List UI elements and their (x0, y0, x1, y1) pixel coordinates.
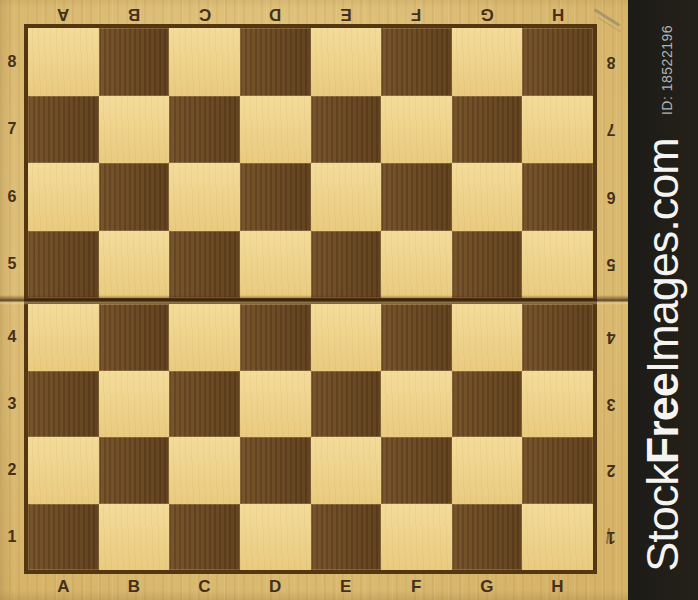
square-b1[interactable] (99, 504, 170, 571)
watermark-site-free: Free (637, 373, 688, 464)
square-a7[interactable] (28, 96, 99, 164)
square-g8[interactable] (452, 28, 523, 96)
square-f7[interactable] (381, 96, 452, 164)
square-c7[interactable] (169, 96, 240, 164)
square-e4[interactable] (311, 304, 382, 371)
square-b5[interactable] (99, 231, 170, 299)
file-label-bottom-b: B (121, 577, 147, 597)
square-h3[interactable] (522, 371, 593, 438)
square-a1[interactable] (28, 504, 99, 571)
rank-label-right-2: 2 (598, 460, 624, 480)
square-f4[interactable] (381, 304, 452, 371)
square-e1[interactable] (311, 504, 382, 571)
watermark-id-text: ID: 18522196 (659, 25, 675, 115)
square-d4[interactable] (240, 304, 311, 371)
file-label-top-c: C (192, 4, 218, 24)
watermark-site-imagescom: Images.com (637, 138, 688, 373)
watermark-site-text: StockFreeImages.com (637, 138, 689, 572)
file-label-top-g: G (474, 4, 500, 24)
square-b8[interactable] (99, 28, 170, 96)
file-label-bottom-c: C (192, 577, 218, 597)
square-b3[interactable] (99, 371, 170, 438)
square-g3[interactable] (452, 371, 523, 438)
square-a3[interactable] (28, 371, 99, 438)
square-d8[interactable] (240, 28, 311, 96)
file-label-top-d: D (262, 4, 288, 24)
file-label-top-a: A (50, 4, 76, 24)
file-label-bottom-h: H (545, 577, 571, 597)
file-label-top-e: E (333, 4, 359, 24)
square-e6[interactable] (311, 163, 382, 231)
square-c8[interactable] (169, 28, 240, 96)
square-g2[interactable] (452, 437, 523, 504)
square-g1[interactable] (452, 504, 523, 571)
square-d7[interactable] (240, 96, 311, 164)
square-a5[interactable] (28, 231, 99, 299)
square-a4[interactable] (28, 304, 99, 371)
rank-label-right-3: 3 (598, 394, 624, 414)
file-label-bottom-a: A (50, 577, 76, 597)
square-b7[interactable] (99, 96, 170, 164)
file-label-bottom-e: E (333, 577, 359, 597)
square-h8[interactable] (522, 28, 593, 96)
square-f3[interactable] (381, 371, 452, 438)
square-d6[interactable] (240, 163, 311, 231)
rank-label-right-8: 8 (598, 52, 624, 72)
square-e7[interactable] (311, 96, 382, 164)
square-g7[interactable] (452, 96, 523, 164)
file-label-top-b: B (121, 4, 147, 24)
square-c6[interactable] (169, 163, 240, 231)
square-a2[interactable] (28, 437, 99, 504)
playing-field-top-half (24, 24, 597, 302)
square-e8[interactable] (311, 28, 382, 96)
watermark-site-stock: Stock (637, 464, 688, 572)
rank-label-right-7: 7 (598, 119, 624, 139)
rank-label-right-1: 1 (598, 527, 624, 547)
file-label-bottom-g: G (474, 577, 500, 597)
square-c1[interactable] (169, 504, 240, 571)
square-g5[interactable] (452, 231, 523, 299)
square-g4[interactable] (452, 304, 523, 371)
file-label-bottom-f: F (403, 577, 429, 597)
square-f1[interactable] (381, 504, 452, 571)
square-a6[interactable] (28, 163, 99, 231)
square-h1[interactable] (522, 504, 593, 571)
square-d3[interactable] (240, 371, 311, 438)
rank-label-left-5: 5 (0, 254, 25, 274)
square-d5[interactable] (240, 231, 311, 299)
square-c3[interactable] (169, 371, 240, 438)
square-h7[interactable] (522, 96, 593, 164)
rank-label-left-3: 3 (0, 394, 25, 414)
rank-label-left-8: 8 (0, 52, 25, 72)
square-c5[interactable] (169, 231, 240, 299)
square-b6[interactable] (99, 163, 170, 231)
square-f2[interactable] (381, 437, 452, 504)
rank-label-left-7: 7 (0, 119, 25, 139)
square-e2[interactable] (311, 437, 382, 504)
square-c4[interactable] (169, 304, 240, 371)
square-e3[interactable] (311, 371, 382, 438)
square-b2[interactable] (99, 437, 170, 504)
file-label-top-f: F (403, 4, 429, 24)
scratch-mark (593, 8, 620, 26)
square-f5[interactable] (381, 231, 452, 299)
square-c2[interactable] (169, 437, 240, 504)
square-f8[interactable] (381, 28, 452, 96)
rank-label-left-1: 1 (0, 527, 25, 547)
rank-label-right-6: 6 (598, 187, 624, 207)
board-photo: AABBCCDDEEFFGGHH8877665544332211 ID: 185… (0, 0, 698, 600)
square-a8[interactable] (28, 28, 99, 96)
rank-label-left-2: 2 (0, 460, 25, 480)
playing-field-bottom-half (24, 300, 597, 574)
square-d1[interactable] (240, 504, 311, 571)
board-fold-seam (0, 295, 628, 305)
square-h2[interactable] (522, 437, 593, 504)
rank-label-left-6: 6 (0, 187, 25, 207)
file-label-bottom-d: D (262, 577, 288, 597)
rank-label-right-5: 5 (598, 254, 624, 274)
rank-label-right-4: 4 (598, 327, 624, 347)
square-e5[interactable] (311, 231, 382, 299)
square-b4[interactable] (99, 304, 170, 371)
square-d2[interactable] (240, 437, 311, 504)
square-g6[interactable] (452, 163, 523, 231)
square-f6[interactable] (381, 163, 452, 231)
file-label-top-h: H (545, 4, 571, 24)
square-h6[interactable] (522, 163, 593, 231)
square-h5[interactable] (522, 231, 593, 299)
wood-background: AABBCCDDEEFFGGHH8877665544332211 (0, 0, 628, 600)
watermark-strip: ID: 18522196 StockFreeImages.com (628, 0, 698, 600)
rank-label-left-4: 4 (0, 327, 25, 347)
square-h4[interactable] (522, 304, 593, 371)
